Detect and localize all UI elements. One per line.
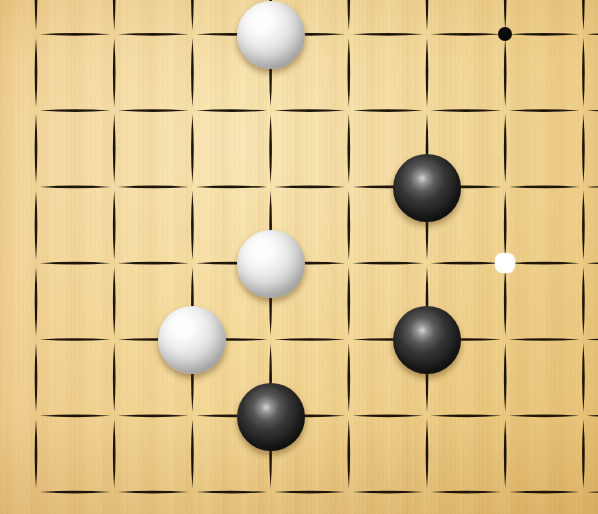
intersection-G2[interactable] (466, 378, 544, 454)
intersection-D3[interactable] (231, 301, 309, 377)
intersection-E1[interactable] (310, 454, 388, 514)
intersection-C2[interactable] (153, 378, 231, 454)
goban-intersection-grid (0, 0, 598, 514)
intersection-H4[interactable] (544, 225, 598, 301)
white-dot-marker-G4 (495, 253, 515, 273)
intersection-G6[interactable] (466, 72, 544, 148)
intersection-A6[interactable] (0, 72, 75, 148)
intersection-C3[interactable] (153, 301, 231, 377)
intersection-C5[interactable] (153, 149, 231, 225)
intersection-H3[interactable] (544, 301, 598, 377)
intersection-C6[interactable] (153, 72, 231, 148)
intersection-B5[interactable] (75, 149, 153, 225)
intersection-F6[interactable] (388, 72, 466, 148)
intersection-F4[interactable] (388, 225, 466, 301)
intersection-G7[interactable] (466, 0, 544, 72)
stone-white-D4 (237, 230, 305, 298)
intersection-E6[interactable] (310, 72, 388, 148)
intersection-G5[interactable] (466, 149, 544, 225)
intersection-E4[interactable] (310, 225, 388, 301)
intersection-H6[interactable] (544, 72, 598, 148)
intersection-D4[interactable] (231, 225, 309, 301)
intersection-E5[interactable] (310, 149, 388, 225)
intersection-B6[interactable] (75, 72, 153, 148)
intersection-C1[interactable] (153, 454, 231, 514)
stone-black-F5 (393, 154, 461, 222)
intersection-H7[interactable] (544, 0, 598, 72)
intersection-G4[interactable] (466, 225, 544, 301)
intersection-F3[interactable] (388, 301, 466, 377)
intersection-A7[interactable] (0, 0, 75, 72)
intersection-A5[interactable] (0, 149, 75, 225)
intersection-F5[interactable] (388, 149, 466, 225)
intersection-H2[interactable] (544, 378, 598, 454)
intersection-F1[interactable] (388, 454, 466, 514)
stone-black-F3 (393, 306, 461, 374)
intersection-E7[interactable] (310, 0, 388, 72)
intersection-H5[interactable] (544, 149, 598, 225)
intersection-E2[interactable] (310, 378, 388, 454)
intersection-B2[interactable] (75, 378, 153, 454)
intersection-F2[interactable] (388, 378, 466, 454)
intersection-D6[interactable] (231, 72, 309, 148)
intersection-C7[interactable] (153, 0, 231, 72)
intersection-D7[interactable] (231, 0, 309, 72)
intersection-A1[interactable] (0, 454, 75, 514)
intersection-G1[interactable] (466, 454, 544, 514)
stone-black-D2 (237, 383, 305, 451)
intersection-A3[interactable] (0, 301, 75, 377)
intersection-D2[interactable] (231, 378, 309, 454)
intersection-B7[interactable] (75, 0, 153, 72)
intersection-G3[interactable] (466, 301, 544, 377)
intersection-D1[interactable] (231, 454, 309, 514)
intersection-C4[interactable] (153, 225, 231, 301)
black-dot-marker-G7 (498, 27, 512, 41)
intersection-B3[interactable] (75, 301, 153, 377)
intersection-B4[interactable] (75, 225, 153, 301)
go-app-screen (0, 0, 598, 514)
intersection-F7[interactable] (388, 0, 466, 72)
intersection-D5[interactable] (231, 149, 309, 225)
intersection-H1[interactable] (544, 454, 598, 514)
goban-wood-surface[interactable] (0, 0, 598, 514)
intersection-A2[interactable] (0, 378, 75, 454)
intersection-A4[interactable] (0, 225, 75, 301)
intersection-B1[interactable] (75, 454, 153, 514)
stone-white-C3 (158, 306, 226, 374)
intersection-E3[interactable] (310, 301, 388, 377)
stone-white-D7 (237, 1, 305, 69)
